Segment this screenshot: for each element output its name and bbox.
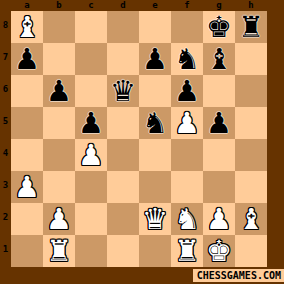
square-b5[interactable] <box>43 107 75 139</box>
square-e3[interactable] <box>139 171 171 203</box>
square-c3[interactable] <box>75 171 107 203</box>
square-d4[interactable] <box>107 139 139 171</box>
square-f8[interactable] <box>171 11 203 43</box>
black-pawn: ♟ <box>142 43 168 75</box>
black-king: ♚ <box>206 11 232 43</box>
square-h3[interactable] <box>235 171 267 203</box>
black-pawn: ♟ <box>46 75 72 107</box>
rank-labels: 87654321 <box>0 11 11 267</box>
square-g1[interactable]: ♚ <box>203 235 235 267</box>
white-rook: ♜ <box>174 235 200 267</box>
square-h7[interactable] <box>235 43 267 75</box>
black-rook: ♜ <box>238 11 264 43</box>
square-f2[interactable]: ♞ <box>171 203 203 235</box>
rank-label-6: 6 <box>0 75 11 107</box>
site-watermark: CHESSGAMES.COM <box>193 269 284 282</box>
black-bishop: ♝ <box>206 43 232 75</box>
square-f4[interactable] <box>171 139 203 171</box>
square-b8[interactable] <box>43 11 75 43</box>
square-e7[interactable]: ♟ <box>139 43 171 75</box>
square-c4[interactable]: ♟ <box>75 139 107 171</box>
white-rook: ♜ <box>46 235 72 267</box>
file-label-b: b <box>43 0 75 11</box>
white-pawn: ♟ <box>174 107 200 139</box>
square-g4[interactable] <box>203 139 235 171</box>
white-pawn: ♟ <box>78 139 104 171</box>
square-a4[interactable] <box>11 139 43 171</box>
square-g7[interactable]: ♝ <box>203 43 235 75</box>
square-e5[interactable]: ♞ <box>139 107 171 139</box>
square-h8[interactable]: ♜ <box>235 11 267 43</box>
site-watermark-text: CHESSGAMES.COM <box>197 269 281 282</box>
black-knight: ♞ <box>174 43 200 75</box>
square-g8[interactable]: ♚ <box>203 11 235 43</box>
square-f3[interactable] <box>171 171 203 203</box>
square-g2[interactable]: ♟ <box>203 203 235 235</box>
black-pawn: ♟ <box>174 75 200 107</box>
square-e2[interactable]: ♛ <box>139 203 171 235</box>
square-a6[interactable] <box>11 75 43 107</box>
black-pawn: ♟ <box>14 43 40 75</box>
square-a5[interactable] <box>11 107 43 139</box>
file-label-d: d <box>107 0 139 11</box>
white-pawn: ♟ <box>14 171 40 203</box>
rank-label-8: 8 <box>0 11 11 43</box>
white-knight: ♞ <box>174 203 200 235</box>
square-g6[interactable] <box>203 75 235 107</box>
rank-label-4: 4 <box>0 139 11 171</box>
black-queen: ♛ <box>110 75 136 107</box>
square-f5[interactable]: ♟ <box>171 107 203 139</box>
rank-label-3: 3 <box>0 171 11 203</box>
square-d3[interactable] <box>107 171 139 203</box>
square-e6[interactable] <box>139 75 171 107</box>
square-c1[interactable] <box>75 235 107 267</box>
square-b1[interactable]: ♜ <box>43 235 75 267</box>
rank-label-5: 5 <box>0 107 11 139</box>
square-h4[interactable] <box>235 139 267 171</box>
square-g5[interactable]: ♟ <box>203 107 235 139</box>
white-bishop: ♝ <box>238 203 264 235</box>
white-king: ♚ <box>206 235 232 267</box>
square-c2[interactable] <box>75 203 107 235</box>
square-h1[interactable] <box>235 235 267 267</box>
black-pawn: ♟ <box>78 107 104 139</box>
square-e8[interactable] <box>139 11 171 43</box>
square-a3[interactable]: ♟ <box>11 171 43 203</box>
square-d2[interactable] <box>107 203 139 235</box>
file-label-f: f <box>171 0 203 11</box>
chess-board-diagram: abcdefgh 87654321 ♝♚♜♟♟♞♝♟♛♟♟♞♟♟♟♟♟♛♞♟♝♜… <box>0 0 284 284</box>
square-c5[interactable]: ♟ <box>75 107 107 139</box>
square-b3[interactable] <box>43 171 75 203</box>
square-c6[interactable] <box>75 75 107 107</box>
square-c7[interactable] <box>75 43 107 75</box>
square-f1[interactable]: ♜ <box>171 235 203 267</box>
square-d1[interactable] <box>107 235 139 267</box>
white-queen: ♛ <box>142 203 168 235</box>
square-b7[interactable] <box>43 43 75 75</box>
white-pawn: ♟ <box>206 203 232 235</box>
square-d5[interactable] <box>107 107 139 139</box>
square-h5[interactable] <box>235 107 267 139</box>
rank-label-1: 1 <box>0 235 11 267</box>
square-h2[interactable]: ♝ <box>235 203 267 235</box>
square-b2[interactable]: ♟ <box>43 203 75 235</box>
square-d6[interactable]: ♛ <box>107 75 139 107</box>
black-pawn: ♟ <box>206 107 232 139</box>
square-a2[interactable] <box>11 203 43 235</box>
square-g3[interactable] <box>203 171 235 203</box>
square-a8[interactable]: ♝ <box>11 11 43 43</box>
file-label-c: c <box>75 0 107 11</box>
square-f7[interactable]: ♞ <box>171 43 203 75</box>
white-bishop: ♝ <box>14 11 40 43</box>
file-label-e: e <box>139 0 171 11</box>
white-pawn: ♟ <box>46 203 72 235</box>
black-knight: ♞ <box>142 107 168 139</box>
square-a1[interactable] <box>11 235 43 267</box>
square-d8[interactable] <box>107 11 139 43</box>
chess-board: ♝♚♜♟♟♞♝♟♛♟♟♞♟♟♟♟♟♛♞♟♝♜♜♚ <box>11 11 267 267</box>
rank-label-7: 7 <box>0 43 11 75</box>
square-e1[interactable] <box>139 235 171 267</box>
square-h6[interactable] <box>235 75 267 107</box>
square-c8[interactable] <box>75 11 107 43</box>
square-b4[interactable] <box>43 139 75 171</box>
square-a7[interactable]: ♟ <box>11 43 43 75</box>
square-b6[interactable]: ♟ <box>43 75 75 107</box>
square-d7[interactable] <box>107 43 139 75</box>
square-e4[interactable] <box>139 139 171 171</box>
square-f6[interactable]: ♟ <box>171 75 203 107</box>
rank-label-2: 2 <box>0 203 11 235</box>
